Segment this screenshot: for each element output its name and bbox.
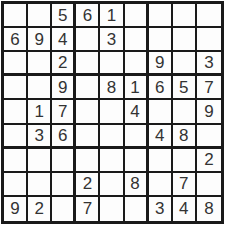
cell-r1c3[interactable]: 5: [52, 4, 76, 28]
cell-r3c8[interactable]: [173, 52, 197, 76]
cell-r4c8[interactable]: 5: [173, 76, 197, 100]
cell-r1c6[interactable]: [125, 4, 149, 28]
given-digit: 4: [58, 31, 67, 48]
cell-r8c2[interactable]: [28, 173, 52, 197]
given-digit: 8: [204, 200, 213, 217]
cell-r5c5[interactable]: [100, 100, 124, 124]
cell-r2c3[interactable]: 4: [52, 28, 76, 52]
cell-r3c7[interactable]: 9: [149, 52, 173, 76]
cell-r8c1[interactable]: [4, 173, 28, 197]
cell-r3c9[interactable]: 3: [197, 52, 221, 76]
cell-r4c7[interactable]: 6: [149, 76, 173, 100]
cell-r9c3[interactable]: [52, 197, 76, 221]
cell-r3c6[interactable]: [125, 52, 149, 76]
cell-r1c4[interactable]: 6: [76, 4, 100, 28]
cell-r5c6[interactable]: 4: [125, 100, 149, 124]
given-digit: 6: [58, 127, 67, 144]
cell-r6c6[interactable]: [125, 125, 149, 149]
cell-r7c1[interactable]: [4, 149, 28, 173]
cell-r2c1[interactable]: 6: [4, 28, 28, 52]
cell-r1c2[interactable]: [28, 4, 52, 28]
sudoku-board: 5616943293981657174936482287927348: [1, 1, 224, 224]
given-digit: 2: [34, 200, 43, 217]
cell-r9c9[interactable]: 8: [197, 197, 221, 221]
cell-r2c9[interactable]: [197, 28, 221, 52]
cell-r6c5[interactable]: [100, 125, 124, 149]
cell-r5c1[interactable]: [4, 100, 28, 124]
cell-r2c2[interactable]: 9: [28, 28, 52, 52]
cell-r6c1[interactable]: [4, 125, 28, 149]
given-digit: 7: [179, 175, 188, 192]
cell-r7c6[interactable]: [125, 149, 149, 173]
cell-r9c8[interactable]: 4: [173, 197, 197, 221]
cell-r9c2[interactable]: 2: [28, 197, 52, 221]
cell-r7c3[interactable]: [52, 149, 76, 173]
cell-r3c1[interactable]: [4, 52, 28, 76]
cell-r4c9[interactable]: 7: [197, 76, 221, 100]
cell-r7c4[interactable]: [76, 149, 100, 173]
cell-r9c5[interactable]: [100, 197, 124, 221]
cell-r3c3[interactable]: 2: [52, 52, 76, 76]
cell-r8c8[interactable]: 7: [173, 173, 197, 197]
cell-r9c6[interactable]: [125, 197, 149, 221]
cell-r9c1[interactable]: 9: [4, 197, 28, 221]
cell-r6c2[interactable]: 3: [28, 125, 52, 149]
given-digit: 8: [179, 127, 188, 144]
cell-r5c9[interactable]: 9: [197, 100, 221, 124]
cell-r4c4[interactable]: [76, 76, 100, 100]
cell-r8c5[interactable]: [100, 173, 124, 197]
given-digit: 3: [34, 127, 43, 144]
given-digit: 9: [204, 103, 213, 120]
cell-r2c8[interactable]: [173, 28, 197, 52]
cell-r3c2[interactable]: [28, 52, 52, 76]
given-digit: 3: [155, 200, 164, 217]
given-digit: 6: [10, 31, 19, 48]
given-digit: 2: [58, 54, 67, 71]
cell-r2c7[interactable]: [149, 28, 173, 52]
given-digit: 1: [107, 7, 116, 24]
given-digit: 6: [83, 7, 92, 24]
cell-r4c6[interactable]: 1: [125, 76, 149, 100]
given-digit: 1: [34, 103, 43, 120]
cell-r8c7[interactable]: [149, 173, 173, 197]
given-digit: 8: [107, 79, 116, 96]
given-digit: 7: [204, 79, 213, 96]
cell-r2c4[interactable]: [76, 28, 100, 52]
cell-r6c8[interactable]: 8: [173, 125, 197, 149]
cell-r5c2[interactable]: 1: [28, 100, 52, 124]
given-digit: 4: [155, 127, 164, 144]
given-digit: 4: [130, 103, 139, 120]
cell-r7c8[interactable]: [173, 149, 197, 173]
cell-r6c7[interactable]: 4: [149, 125, 173, 149]
cell-r9c7[interactable]: 3: [149, 197, 173, 221]
cell-r7c5[interactable]: [100, 149, 124, 173]
cell-r5c7[interactable]: [149, 100, 173, 124]
given-digit: 3: [107, 31, 116, 48]
cell-r1c7[interactable]: [149, 4, 173, 28]
cell-r5c3[interactable]: 7: [52, 100, 76, 124]
given-digit: 3: [204, 54, 213, 71]
cell-r3c5[interactable]: [100, 52, 124, 76]
cell-r4c3[interactable]: 9: [52, 76, 76, 100]
cell-r4c2[interactable]: [28, 76, 52, 100]
given-digit: 2: [204, 151, 213, 168]
given-digit: 9: [10, 200, 19, 217]
given-digit: 7: [58, 103, 67, 120]
cell-r7c7[interactable]: [149, 149, 173, 173]
cell-r5c8[interactable]: [173, 100, 197, 124]
cell-r6c4[interactable]: [76, 125, 100, 149]
cell-r1c8[interactable]: [173, 4, 197, 28]
given-digit: 5: [179, 79, 188, 96]
cell-r8c9[interactable]: [197, 173, 221, 197]
cell-r7c2[interactable]: [28, 149, 52, 173]
given-digit: 6: [155, 79, 164, 96]
given-digit: 7: [83, 200, 92, 217]
cell-r3c4[interactable]: [76, 52, 100, 76]
given-digit: 9: [58, 79, 67, 96]
given-digit: 2: [83, 175, 92, 192]
given-digit: 4: [179, 200, 188, 217]
cell-r2c5[interactable]: 3: [100, 28, 124, 52]
given-digit: 9: [155, 54, 164, 71]
given-digit: 1: [130, 79, 139, 96]
cell-r4c1[interactable]: [4, 76, 28, 100]
cell-r5c4[interactable]: [76, 100, 100, 124]
cell-r7c9[interactable]: 2: [197, 149, 221, 173]
cell-r6c9[interactable]: [197, 125, 221, 149]
cell-r9c4[interactable]: 7: [76, 197, 100, 221]
sudoku-page: 5616943293981657174936482287927348: [0, 0, 225, 225]
cell-r8c4[interactable]: 2: [76, 173, 100, 197]
given-digit: 8: [130, 175, 139, 192]
given-digit: 9: [34, 31, 43, 48]
cell-r1c1[interactable]: [4, 4, 28, 28]
cell-r8c6[interactable]: 8: [125, 173, 149, 197]
cell-r8c3[interactable]: [52, 173, 76, 197]
cell-r4c5[interactable]: 8: [100, 76, 124, 100]
cell-r2c6[interactable]: [125, 28, 149, 52]
cell-r1c5[interactable]: 1: [100, 4, 124, 28]
cell-r1c9[interactable]: [197, 4, 221, 28]
given-digit: 5: [58, 7, 67, 24]
cell-r6c3[interactable]: 6: [52, 125, 76, 149]
